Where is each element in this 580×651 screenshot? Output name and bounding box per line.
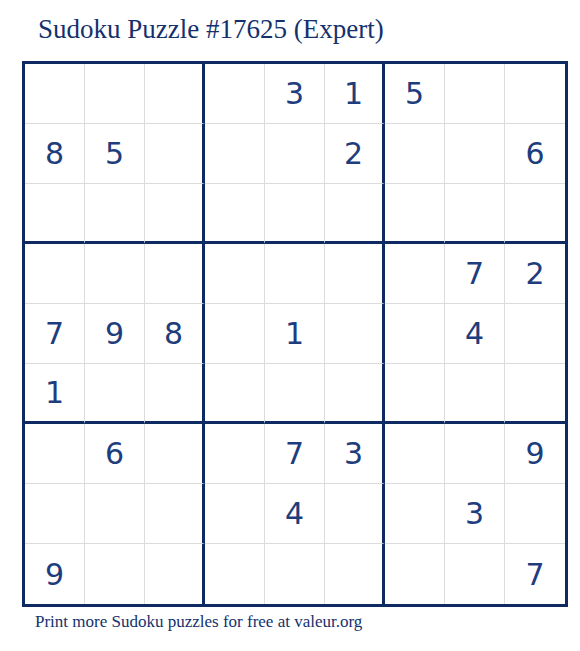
cell-r4c9: 2 xyxy=(505,244,565,304)
cell-r3c1 xyxy=(25,184,85,244)
cell-r4c8: 7 xyxy=(445,244,505,304)
cell-r5c7 xyxy=(385,304,445,364)
cell-r7c2: 6 xyxy=(85,424,145,484)
cell-r9c5 xyxy=(265,544,325,604)
cell-r5c6 xyxy=(325,304,385,364)
cell-r1c2 xyxy=(85,64,145,124)
cell-r5c1: 7 xyxy=(25,304,85,364)
cell-r5c9 xyxy=(505,304,565,364)
cell-r6c6 xyxy=(325,364,385,424)
cell-r1c4 xyxy=(205,64,265,124)
cell-r8c6 xyxy=(325,484,385,544)
cell-r8c4 xyxy=(205,484,265,544)
cell-r9c9: 7 xyxy=(505,544,565,604)
cell-r7c3 xyxy=(145,424,205,484)
cell-r1c9 xyxy=(505,64,565,124)
cell-r6c3 xyxy=(145,364,205,424)
cell-r9c6 xyxy=(325,544,385,604)
cell-r6c2 xyxy=(85,364,145,424)
cell-r3c9 xyxy=(505,184,565,244)
cell-r3c3 xyxy=(145,184,205,244)
cell-r6c9 xyxy=(505,364,565,424)
cell-r1c6: 1 xyxy=(325,64,385,124)
cell-r3c5 xyxy=(265,184,325,244)
cell-r1c5: 3 xyxy=(265,64,325,124)
sudoku-grid: 31585267279814167394397 xyxy=(22,61,568,607)
cell-r1c8 xyxy=(445,64,505,124)
cell-r9c4 xyxy=(205,544,265,604)
cell-r2c9: 6 xyxy=(505,124,565,184)
cell-r3c4 xyxy=(205,184,265,244)
cell-r7c4 xyxy=(205,424,265,484)
cell-r6c4 xyxy=(205,364,265,424)
cell-r2c3 xyxy=(145,124,205,184)
cell-r8c5: 4 xyxy=(265,484,325,544)
cell-r4c2 xyxy=(85,244,145,304)
cell-r5c2: 9 xyxy=(85,304,145,364)
cell-r4c5 xyxy=(265,244,325,304)
cell-r2c6: 2 xyxy=(325,124,385,184)
cell-r8c3 xyxy=(145,484,205,544)
cell-r7c6: 3 xyxy=(325,424,385,484)
cell-r5c3: 8 xyxy=(145,304,205,364)
sudoku-page: Sudoku Puzzle #17625 (Expert) 3158526727… xyxy=(0,0,580,651)
cell-r3c8 xyxy=(445,184,505,244)
cell-r9c3 xyxy=(145,544,205,604)
cell-r4c7 xyxy=(385,244,445,304)
cell-r2c2: 5 xyxy=(85,124,145,184)
cell-r5c8: 4 xyxy=(445,304,505,364)
page-title: Sudoku Puzzle #17625 (Expert) xyxy=(38,14,384,45)
cell-r5c5: 1 xyxy=(265,304,325,364)
cell-r9c8 xyxy=(445,544,505,604)
cell-r7c8 xyxy=(445,424,505,484)
cell-r6c8 xyxy=(445,364,505,424)
cell-r2c7 xyxy=(385,124,445,184)
cell-r7c5: 7 xyxy=(265,424,325,484)
cell-r8c7 xyxy=(385,484,445,544)
cell-r6c7 xyxy=(385,364,445,424)
cell-r8c2 xyxy=(85,484,145,544)
cell-r4c4 xyxy=(205,244,265,304)
cell-r7c9: 9 xyxy=(505,424,565,484)
cell-r6c1: 1 xyxy=(25,364,85,424)
footer-note: Print more Sudoku puzzles for free at va… xyxy=(35,612,362,632)
cell-r1c1 xyxy=(25,64,85,124)
cell-r8c9 xyxy=(505,484,565,544)
cell-r8c1 xyxy=(25,484,85,544)
cell-r9c7 xyxy=(385,544,445,604)
cell-r4c3 xyxy=(145,244,205,304)
cell-r1c7: 5 xyxy=(385,64,445,124)
cell-r3c2 xyxy=(85,184,145,244)
cell-r2c5 xyxy=(265,124,325,184)
cell-r2c8 xyxy=(445,124,505,184)
cell-r2c4 xyxy=(205,124,265,184)
cell-r3c6 xyxy=(325,184,385,244)
cell-r9c1: 9 xyxy=(25,544,85,604)
cell-r4c6 xyxy=(325,244,385,304)
cell-r4c1 xyxy=(25,244,85,304)
cell-r3c7 xyxy=(385,184,445,244)
cell-r5c4 xyxy=(205,304,265,364)
cell-r2c1: 8 xyxy=(25,124,85,184)
cell-r7c1 xyxy=(25,424,85,484)
cell-r6c5 xyxy=(265,364,325,424)
cell-r9c2 xyxy=(85,544,145,604)
cell-r8c8: 3 xyxy=(445,484,505,544)
cell-r1c3 xyxy=(145,64,205,124)
cell-r7c7 xyxy=(385,424,445,484)
